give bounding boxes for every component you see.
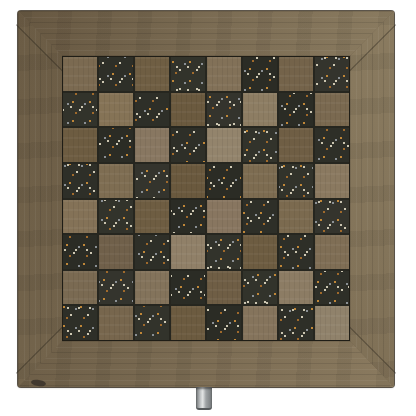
square-f5[interactable]	[243, 164, 277, 198]
square-b6[interactable]	[99, 128, 133, 162]
square-e8[interactable]	[207, 57, 241, 91]
square-h6[interactable]	[315, 128, 349, 162]
square-a3[interactable]	[63, 235, 97, 269]
square-a4[interactable]	[63, 200, 97, 234]
square-b1[interactable]	[99, 306, 133, 340]
frame-bottom	[18, 341, 394, 387]
square-f1[interactable]	[243, 306, 277, 340]
square-d4[interactable]	[171, 200, 205, 234]
square-f7[interactable]	[243, 93, 277, 127]
square-d2[interactable]	[171, 271, 205, 305]
square-e7[interactable]	[207, 93, 241, 127]
square-a8[interactable]	[63, 57, 97, 91]
square-f4[interactable]	[243, 200, 277, 234]
square-b2[interactable]	[99, 271, 133, 305]
square-a2[interactable]	[63, 271, 97, 305]
square-g8[interactable]	[279, 57, 313, 91]
square-b5[interactable]	[99, 164, 133, 198]
square-h3[interactable]	[315, 235, 349, 269]
square-h1[interactable]	[315, 306, 349, 340]
square-h8[interactable]	[315, 57, 349, 91]
square-e6[interactable]	[207, 128, 241, 162]
square-e5[interactable]	[207, 164, 241, 198]
square-d8[interactable]	[171, 57, 205, 91]
square-h2[interactable]	[315, 271, 349, 305]
square-g5[interactable]	[279, 164, 313, 198]
square-d1[interactable]	[171, 306, 205, 340]
square-c5[interactable]	[135, 164, 169, 198]
square-c2[interactable]	[135, 271, 169, 305]
square-b7[interactable]	[99, 93, 133, 127]
chess-board-box	[18, 11, 394, 387]
square-g4[interactable]	[279, 200, 313, 234]
square-d6[interactable]	[171, 128, 205, 162]
square-c8[interactable]	[135, 57, 169, 91]
frame-top	[18, 11, 394, 56]
square-c6[interactable]	[135, 128, 169, 162]
square-a1[interactable]	[63, 306, 97, 340]
square-e1[interactable]	[207, 306, 241, 340]
square-h5[interactable]	[315, 164, 349, 198]
square-g7[interactable]	[279, 93, 313, 127]
square-f3[interactable]	[243, 235, 277, 269]
square-h4[interactable]	[315, 200, 349, 234]
square-c7[interactable]	[135, 93, 169, 127]
square-f8[interactable]	[243, 57, 277, 91]
square-a5[interactable]	[63, 164, 97, 198]
square-g2[interactable]	[279, 271, 313, 305]
square-e3[interactable]	[207, 235, 241, 269]
square-f2[interactable]	[243, 271, 277, 305]
square-d3[interactable]	[171, 235, 205, 269]
square-h7[interactable]	[315, 93, 349, 127]
square-b3[interactable]	[99, 235, 133, 269]
square-a7[interactable]	[63, 93, 97, 127]
square-c3[interactable]	[135, 235, 169, 269]
square-g3[interactable]	[279, 235, 313, 269]
square-b8[interactable]	[99, 57, 133, 91]
square-b4[interactable]	[99, 200, 133, 234]
square-g6[interactable]	[279, 128, 313, 162]
square-a6[interactable]	[63, 128, 97, 162]
board-grid	[62, 56, 350, 341]
square-e4[interactable]	[207, 200, 241, 234]
frame-left	[18, 11, 62, 387]
square-g1[interactable]	[279, 306, 313, 340]
frame-right	[350, 11, 394, 387]
square-e2[interactable]	[207, 271, 241, 305]
square-c4[interactable]	[135, 200, 169, 234]
square-d7[interactable]	[171, 93, 205, 127]
square-d5[interactable]	[171, 164, 205, 198]
square-c1[interactable]	[135, 306, 169, 340]
drawer-knob[interactable]	[196, 387, 212, 410]
square-f6[interactable]	[243, 128, 277, 162]
